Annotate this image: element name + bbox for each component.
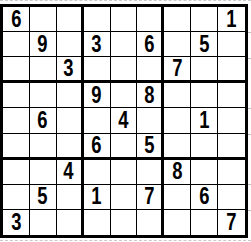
cell-r4c9[interactable]	[218, 83, 245, 108]
cell-r5c6[interactable]	[137, 108, 164, 133]
cell-r7c4[interactable]	[84, 160, 111, 185]
cell-r1c2[interactable]	[30, 7, 57, 32]
cell-r8c1[interactable]	[3, 185, 30, 210]
cell-r6c4[interactable]: 6	[84, 134, 111, 160]
cell-r9c4[interactable]	[84, 210, 111, 235]
cell-r1c1[interactable]: 6	[3, 7, 30, 32]
cell-r5c8[interactable]: 1	[191, 108, 218, 133]
given-digit: 1	[226, 8, 236, 31]
sudoku-puzzle: 61936537986416548517637	[0, 0, 251, 242]
edge-gridline-stub	[248, 32, 251, 33]
cell-r5c4[interactable]	[84, 108, 111, 133]
given-digit: 3	[11, 211, 21, 234]
cell-r9c2[interactable]	[30, 210, 57, 235]
cell-r7c6[interactable]	[137, 160, 164, 185]
cell-r9c3[interactable]	[57, 210, 84, 235]
cell-r4c4[interactable]: 9	[84, 83, 111, 108]
edge-gridline-stub	[248, 184, 251, 185]
given-digit: 7	[172, 57, 182, 80]
given-digit: 1	[199, 109, 209, 132]
cell-r8c9[interactable]	[218, 185, 245, 210]
cell-r3c1[interactable]	[3, 57, 30, 83]
cell-r6c8[interactable]	[191, 134, 218, 160]
sudoku-board: 61936537986416548517637	[0, 4, 248, 238]
cell-r6c2[interactable]	[30, 134, 57, 160]
cell-r1c5[interactable]	[111, 7, 138, 32]
given-digit: 9	[38, 33, 48, 56]
cell-r4c5[interactable]	[111, 83, 138, 108]
given-digit: 4	[64, 160, 74, 183]
cell-r2c4[interactable]: 3	[84, 32, 111, 57]
bottom-edge-gridline	[0, 240, 251, 241]
top-edge-gridline	[0, 0, 251, 1]
given-digit: 6	[11, 8, 21, 31]
cell-r8c3[interactable]	[57, 185, 84, 210]
cell-r2c8[interactable]: 5	[191, 32, 218, 57]
cell-r8c6[interactable]: 7	[137, 185, 164, 210]
cell-r7c9[interactable]	[218, 160, 245, 185]
cell-r4c2[interactable]	[30, 83, 57, 108]
cell-r6c7[interactable]	[164, 134, 191, 160]
cell-r5c5[interactable]: 4	[111, 108, 138, 133]
cell-r8c5[interactable]	[111, 185, 138, 210]
given-digit: 7	[226, 211, 236, 234]
cell-r1c6[interactable]	[137, 7, 164, 32]
cell-r7c2[interactable]	[30, 160, 57, 185]
cell-r8c4[interactable]: 1	[84, 185, 111, 210]
cell-r2c1[interactable]	[3, 32, 30, 57]
edge-gridline-stub	[248, 134, 251, 135]
cell-r6c6[interactable]: 5	[137, 134, 164, 160]
given-digit: 8	[172, 160, 182, 183]
cell-r7c3[interactable]: 4	[57, 160, 84, 185]
given-digit: 5	[38, 185, 48, 208]
cell-r7c1[interactable]	[3, 160, 30, 185]
cell-r8c7[interactable]	[164, 185, 191, 210]
edge-gridline-stub	[248, 210, 251, 211]
cell-r3c8[interactable]	[191, 57, 218, 83]
given-digit: 6	[38, 109, 48, 132]
given-digit: 1	[91, 185, 101, 208]
cell-r9c1[interactable]: 3	[3, 210, 30, 235]
cell-r6c1[interactable]	[3, 134, 30, 160]
given-digit: 3	[64, 57, 74, 80]
cell-r6c3[interactable]	[57, 134, 84, 160]
cell-r4c6[interactable]: 8	[137, 83, 164, 108]
cell-r2c7[interactable]	[164, 32, 191, 57]
cell-r7c7[interactable]: 8	[164, 160, 191, 185]
cell-r5c1[interactable]	[3, 108, 30, 133]
given-digit: 9	[91, 84, 101, 107]
cell-r8c2[interactable]: 5	[30, 185, 57, 210]
cell-r9c5[interactable]	[111, 210, 138, 235]
edge-gridline-stub	[248, 108, 251, 109]
cell-r5c9[interactable]	[218, 108, 245, 133]
cell-r1c7[interactable]	[164, 7, 191, 32]
cell-r3c7[interactable]: 7	[164, 57, 191, 83]
cell-r2c6[interactable]: 6	[137, 32, 164, 57]
cell-r9c9[interactable]: 7	[218, 210, 245, 235]
cell-r4c8[interactable]	[191, 83, 218, 108]
cell-r3c2[interactable]	[30, 57, 57, 83]
cell-r6c5[interactable]	[111, 134, 138, 160]
cell-r1c3[interactable]	[57, 7, 84, 32]
cell-r9c7[interactable]	[164, 210, 191, 235]
cell-r5c7[interactable]	[164, 108, 191, 133]
cell-r5c3[interactable]	[57, 108, 84, 133]
cell-r2c9[interactable]	[218, 32, 245, 57]
cell-r4c7[interactable]	[164, 83, 191, 108]
given-digit: 8	[144, 84, 154, 107]
cell-r9c8[interactable]	[191, 210, 218, 235]
cell-r7c8[interactable]	[191, 160, 218, 185]
cell-r3c9[interactable]	[218, 57, 245, 83]
cell-r7c5[interactable]	[111, 160, 138, 185]
cell-r1c9[interactable]: 1	[218, 7, 245, 32]
given-digit: 6	[91, 134, 101, 157]
cell-r3c4[interactable]	[84, 57, 111, 83]
cell-r9c6[interactable]	[137, 210, 164, 235]
cell-r4c3[interactable]	[57, 83, 84, 108]
cell-r2c5[interactable]	[111, 32, 138, 57]
given-digit: 7	[144, 185, 154, 208]
given-digit: 6	[199, 185, 209, 208]
cell-r3c5[interactable]	[111, 57, 138, 83]
given-digit: 6	[144, 33, 154, 56]
cell-r3c3[interactable]: 3	[57, 57, 84, 83]
given-digit: 5	[144, 134, 154, 157]
cell-r5c2[interactable]: 6	[30, 108, 57, 133]
cell-r8c8[interactable]: 6	[191, 185, 218, 210]
cell-r3c6[interactable]	[137, 57, 164, 83]
cell-r2c2[interactable]: 9	[30, 32, 57, 57]
cell-r1c4[interactable]	[84, 7, 111, 32]
cell-r2c3[interactable]	[57, 32, 84, 57]
cell-r4c1[interactable]	[3, 83, 30, 108]
given-digit: 5	[199, 33, 209, 56]
given-digit: 3	[91, 33, 101, 56]
given-digit: 4	[118, 109, 128, 132]
cell-r6c9[interactable]	[218, 134, 245, 160]
edge-gridline-stub	[248, 58, 251, 59]
cell-r1c8[interactable]	[191, 7, 218, 32]
